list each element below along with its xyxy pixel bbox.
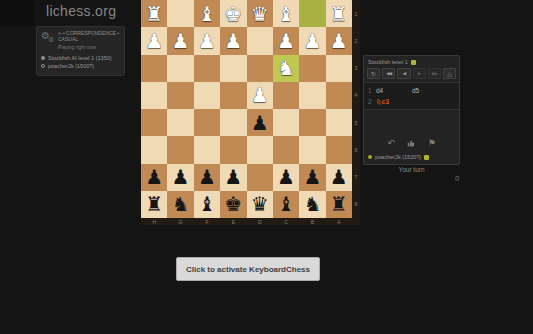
black-pawn: ♟ [172, 167, 190, 187]
square-b4[interactable] [299, 82, 325, 109]
square-h4[interactable] [141, 82, 167, 109]
white-pawn: ♟ [303, 31, 321, 51]
square-h7[interactable]: ♟ [141, 164, 167, 191]
first-move-button[interactable]: ◀◀ [382, 68, 395, 79]
square-a1[interactable]: ♜ [326, 0, 352, 27]
square-b3[interactable] [299, 55, 325, 82]
opponent-row[interactable]: Stockfish level 1 [364, 56, 459, 66]
square-c2[interactable]: ♟ [273, 27, 299, 54]
square-h2[interactable]: ♟ [141, 27, 167, 54]
square-d6[interactable] [247, 136, 273, 163]
square-d2[interactable] [247, 27, 273, 54]
file-label-f: F [194, 218, 220, 225]
square-g6[interactable] [167, 136, 193, 163]
file-label-b: B [299, 218, 325, 225]
my-player-row[interactable]: poacher2k (1500?) [364, 151, 459, 164]
white-bishop: ♝ [198, 4, 216, 24]
thumb-hand-icon [407, 139, 416, 148]
square-e3[interactable] [220, 55, 246, 82]
square-f4[interactable] [194, 82, 220, 109]
square-h6[interactable] [141, 136, 167, 163]
square-d8[interactable]: ♛ [247, 191, 273, 218]
square-c1[interactable]: ♝ [273, 0, 299, 27]
square-d1[interactable]: ♛ [247, 0, 273, 27]
corner-dark-region [0, 0, 34, 26]
square-b2[interactable]: ♟ [299, 27, 325, 54]
square-a3[interactable] [326, 55, 352, 82]
white-pawn: ♟ [251, 85, 269, 105]
square-e7[interactable]: ♟ [220, 164, 246, 191]
site-title[interactable]: lichess.org [46, 3, 116, 19]
next-move-button[interactable]: ▶ [413, 68, 426, 79]
opponent-name: Stockfish level 1 [368, 59, 408, 65]
black-pawn: ♟ [303, 167, 321, 187]
game-actions: ↶ ⚑ [364, 135, 459, 151]
square-h3[interactable] [141, 55, 167, 82]
resign-flag-icon[interactable]: ⚑ [428, 138, 436, 148]
prev-move-button[interactable]: ◀ [397, 68, 410, 79]
square-c4[interactable] [273, 82, 299, 109]
square-d5[interactable]: ♟ [247, 109, 273, 136]
file-label-d: D [247, 218, 273, 225]
move-list: 1 d4 d5 2 ♘c3 [364, 82, 459, 110]
square-f7[interactable]: ♟ [194, 164, 220, 191]
square-g2[interactable]: ♟ [167, 27, 193, 54]
square-b7[interactable]: ♟ [299, 164, 325, 191]
black-knight: ♞ [303, 194, 321, 214]
black-pawn: ♟ [251, 113, 269, 133]
my-player-badge-icon [424, 155, 429, 160]
rank-label-7: 7 [352, 164, 360, 191]
square-f6[interactable] [194, 136, 220, 163]
black-player-dot-icon [41, 64, 45, 68]
square-g8[interactable]: ♞ [167, 191, 193, 218]
my-player-name: poacher2k (1500?) [375, 154, 421, 160]
square-b6[interactable] [299, 136, 325, 163]
rank-label-5: 5 [352, 109, 360, 136]
square-b5[interactable] [299, 109, 325, 136]
white-rook: ♜ [330, 4, 348, 24]
square-b1[interactable] [299, 0, 325, 27]
square-g3[interactable] [167, 55, 193, 82]
game-mode-line2: CASUAL [58, 36, 119, 42]
black-bishop: ♝ [277, 194, 295, 214]
square-g1[interactable] [167, 0, 193, 27]
square-a4[interactable] [326, 82, 352, 109]
square-e2[interactable]: ♟ [220, 27, 246, 54]
square-b8[interactable]: ♞ [299, 191, 325, 218]
square-f3[interactable] [194, 55, 220, 82]
black-rook: ♜ [330, 194, 348, 214]
game-info-panel: ⚙ ⚙ ∞ • CORRESPONDENCE • CASUAL Playing … [36, 26, 125, 76]
turn-indicator: Your turn [363, 166, 460, 173]
square-h8[interactable]: ♜ [141, 191, 167, 218]
square-d7[interactable] [247, 164, 273, 191]
square-e8[interactable]: ♚ [220, 191, 246, 218]
white-pawn: ♟ [172, 31, 190, 51]
black-pawn: ♟ [330, 167, 348, 187]
draw-offer-icon[interactable] [407, 139, 416, 148]
square-e5[interactable] [220, 109, 246, 136]
square-e1[interactable]: ♚ [220, 0, 246, 27]
move-row: 2 ♘c3 [368, 96, 455, 107]
white-pawn: ♟ [198, 31, 216, 51]
rank-label-8: 8 [352, 191, 360, 218]
replay-toolbar: ↻ ◀◀ ◀ ▶ ▶▶ △ [364, 66, 459, 82]
game-mode: ∞ • CORRESPONDENCE • CASUAL [58, 30, 119, 42]
analysis-board-button[interactable]: △ [443, 68, 456, 79]
rank-label-3: 3 [352, 55, 360, 82]
white-knight: ♞ [277, 58, 295, 78]
spectator-count: 0 [455, 174, 459, 183]
file-label-c: C [273, 218, 299, 225]
white-player-dot-icon [41, 56, 45, 60]
black-queen: ♛ [251, 194, 269, 214]
rank-coords: 12345678 [352, 0, 360, 225]
square-d3[interactable] [247, 55, 273, 82]
white-queen: ♛ [251, 4, 269, 24]
black-bishop: ♝ [198, 194, 216, 214]
my-player-dot-icon [368, 155, 372, 159]
square-c3[interactable]: ♞ [273, 55, 299, 82]
white-bishop: ♝ [277, 4, 295, 24]
white-player-name: Stockfish AI level 1 (1350) [48, 54, 112, 62]
square-e4[interactable] [220, 82, 246, 109]
chess-board[interactable]: ♜♝♚♛♝♜♟♟♟♟♟♟♟♞♟♟♟♟♟♟♟♟♟♜♞♝♚♛♝♞♜ [141, 0, 352, 218]
black-king: ♚ [224, 194, 242, 214]
flip-board-button[interactable]: ↻ [367, 68, 380, 79]
square-a6[interactable] [326, 136, 352, 163]
game-status: Playing right now [58, 44, 120, 50]
white-pawn: ♟ [277, 31, 295, 51]
black-rook: ♜ [145, 194, 163, 214]
white-pawn: ♟ [145, 31, 163, 51]
square-c8[interactable]: ♝ [273, 191, 299, 218]
square-f2[interactable]: ♟ [194, 27, 220, 54]
file-label-g: G [167, 218, 193, 225]
file-label-a: A [326, 218, 352, 225]
move-white[interactable]: d4 [376, 85, 412, 96]
opponent-badge-icon [411, 60, 416, 65]
last-move-button[interactable]: ▶▶ [428, 68, 441, 79]
square-c5[interactable] [273, 109, 299, 136]
file-label-e: E [220, 218, 246, 225]
square-a7[interactable]: ♟ [326, 164, 352, 191]
black-pawn: ♟ [145, 167, 163, 187]
white-rook: ♜ [145, 4, 163, 24]
square-g7[interactable]: ♟ [167, 164, 193, 191]
move-black[interactable] [412, 96, 448, 107]
square-c6[interactable] [273, 136, 299, 163]
rank-label-2: 2 [352, 27, 360, 54]
square-a5[interactable] [326, 109, 352, 136]
player-row-white[interactable]: Stockfish AI level 1 (1350) [41, 54, 120, 62]
square-a8[interactable]: ♜ [326, 191, 352, 218]
black-pawn: ♟ [224, 167, 242, 187]
black-knight: ♞ [172, 194, 190, 214]
square-f8[interactable]: ♝ [194, 191, 220, 218]
black-pawn: ♟ [198, 167, 216, 187]
square-h5[interactable] [141, 109, 167, 136]
file-label-h: H [141, 218, 167, 225]
square-f5[interactable] [194, 109, 220, 136]
white-pawn: ♟ [224, 31, 242, 51]
takeback-icon[interactable]: ↶ [387, 138, 395, 148]
white-pawn: ♟ [330, 31, 348, 51]
file-coords: HGFEDCBA [141, 218, 352, 225]
move-number: 1 [368, 85, 376, 96]
gears-icon: ⚙ ⚙ [41, 30, 55, 42]
player-row-black[interactable]: poacher2k (1500?) [41, 62, 120, 70]
rank-label-4: 4 [352, 82, 360, 109]
square-g4[interactable] [167, 82, 193, 109]
square-f1[interactable]: ♝ [194, 0, 220, 27]
game-side-panel: Stockfish level 1 ↻ ◀◀ ◀ ▶ ▶▶ △ 1 d4 d5 … [363, 55, 460, 165]
black-player-name: poacher2k (1500?) [48, 62, 94, 70]
square-h1[interactable]: ♜ [141, 0, 167, 27]
square-c7[interactable]: ♟ [273, 164, 299, 191]
black-pawn: ♟ [277, 167, 295, 187]
white-king: ♚ [224, 4, 242, 24]
keyboard-plugin-activate-button[interactable]: Click to activate KeyboardChess [176, 257, 320, 281]
square-e6[interactable] [220, 136, 246, 163]
move-number: 2 [368, 96, 376, 107]
move-white-current[interactable]: ♘c3 [376, 96, 412, 107]
square-d4[interactable]: ♟ [247, 82, 273, 109]
rank-label-6: 6 [352, 136, 360, 163]
move-black[interactable]: d5 [412, 85, 448, 96]
move-row: 1 d4 d5 [368, 85, 455, 96]
square-a2[interactable]: ♟ [326, 27, 352, 54]
square-g5[interactable] [167, 109, 193, 136]
rank-label-1: 1 [352, 0, 360, 27]
